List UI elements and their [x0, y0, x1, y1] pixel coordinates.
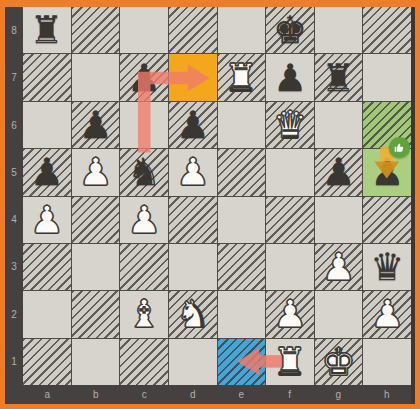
square-g3[interactable]: ♟: [315, 244, 363, 290]
white-queen: ♛: [273, 106, 307, 144]
square-g2[interactable]: [315, 291, 363, 337]
chess-board: ♜♚♟♜♟♜♟♟♛♟♟♞♟♟♟♟♟♟♛♝♞♟♟♜♚: [23, 7, 411, 385]
square-g6[interactable]: [315, 102, 363, 148]
square-b3[interactable]: [72, 244, 120, 290]
square-a6[interactable]: [23, 102, 71, 148]
white-pawn: ♟: [370, 295, 404, 333]
black-pawn: ♟: [78, 106, 112, 144]
square-d8[interactable]: [169, 7, 217, 53]
square-f4[interactable]: [266, 197, 314, 243]
square-h8[interactable]: [363, 7, 411, 53]
file-label-d: d: [169, 385, 218, 404]
square-b5[interactable]: ♟: [72, 149, 120, 195]
square-d5[interactable]: ♟: [169, 149, 217, 195]
rank-label-6: 6: [5, 102, 23, 149]
white-bishop: ♝: [127, 295, 161, 333]
square-d1[interactable]: [169, 339, 217, 385]
square-b7[interactable]: [72, 54, 120, 100]
black-rook: ♜: [30, 11, 64, 49]
square-f3[interactable]: [266, 244, 314, 290]
black-knight: ♞: [127, 153, 161, 191]
square-a7[interactable]: [23, 54, 71, 100]
square-g7[interactable]: ♜: [315, 54, 363, 100]
black-king: ♚: [273, 11, 307, 49]
file-label-f: f: [266, 385, 315, 404]
rank-label-5: 5: [5, 149, 23, 196]
square-d2[interactable]: ♞: [169, 291, 217, 337]
square-h3[interactable]: ♛: [363, 244, 411, 290]
rank-coordinates: 87654321: [5, 7, 23, 385]
square-e7[interactable]: ♜: [218, 54, 266, 100]
thumbs-up-icon: [393, 141, 406, 154]
file-label-g: g: [314, 385, 363, 404]
square-g5[interactable]: ♟: [315, 149, 363, 195]
square-g4[interactable]: [315, 197, 363, 243]
square-e4[interactable]: [218, 197, 266, 243]
square-f6[interactable]: ♛: [266, 102, 314, 148]
square-a3[interactable]: [23, 244, 71, 290]
file-label-e: e: [217, 385, 266, 404]
square-e5[interactable]: [218, 149, 266, 195]
square-b2[interactable]: [72, 291, 120, 337]
square-b8[interactable]: [72, 7, 120, 53]
board-inner: 87654321 ♜♚♟♜♟♜♟♟♛♟♟♞♟♟♟♟♟♟♛♝♞♟♟♜♚ abcde…: [5, 7, 415, 404]
rank-label-7: 7: [5, 54, 23, 101]
rank-label-2: 2: [5, 291, 23, 338]
square-c7[interactable]: ♟: [120, 54, 168, 100]
square-h4[interactable]: [363, 197, 411, 243]
square-f1[interactable]: ♜: [266, 339, 314, 385]
square-h1[interactable]: [363, 339, 411, 385]
black-pawn: ♟: [322, 153, 356, 191]
square-g1[interactable]: ♚: [315, 339, 363, 385]
square-c6[interactable]: [120, 102, 168, 148]
excellent-move-badge: [389, 137, 410, 158]
square-e1[interactable]: [218, 339, 266, 385]
black-pawn: ♟: [273, 59, 307, 97]
file-coordinates: abcdefgh: [23, 385, 411, 404]
square-c1[interactable]: [120, 339, 168, 385]
file-label-b: b: [72, 385, 121, 404]
square-f7[interactable]: ♟: [266, 54, 314, 100]
black-pawn: ♟: [127, 59, 161, 97]
square-a8[interactable]: ♜: [23, 7, 71, 53]
square-e6[interactable]: [218, 102, 266, 148]
black-pawn: ♟: [370, 153, 404, 191]
square-b6[interactable]: ♟: [72, 102, 120, 148]
square-c8[interactable]: [120, 7, 168, 53]
square-b4[interactable]: [72, 197, 120, 243]
rank-label-8: 8: [5, 7, 23, 54]
square-d7[interactable]: [169, 54, 217, 100]
square-f8[interactable]: ♚: [266, 7, 314, 53]
square-b1[interactable]: [72, 339, 120, 385]
square-a5[interactable]: ♟: [23, 149, 71, 195]
square-d6[interactable]: ♟: [169, 102, 217, 148]
square-c2[interactable]: ♝: [120, 291, 168, 337]
white-king: ♚: [322, 343, 356, 381]
file-label-c: c: [120, 385, 169, 404]
file-label-a: a: [23, 385, 72, 404]
rank-label-1: 1: [5, 338, 23, 385]
white-pawn: ♟: [273, 295, 307, 333]
board-frame: 87654321 ♜♚♟♜♟♜♟♟♛♟♟♞♟♟♟♟♟♟♛♝♞♟♟♜♚ abcde…: [0, 0, 420, 409]
square-f5[interactable]: [266, 149, 314, 195]
white-rook: ♜: [224, 59, 258, 97]
black-queen: ♛: [370, 248, 404, 286]
square-e3[interactable]: [218, 244, 266, 290]
white-pawn: ♟: [78, 153, 112, 191]
right-frame-strip: [411, 7, 415, 404]
square-d3[interactable]: [169, 244, 217, 290]
black-pawn: ♟: [30, 153, 64, 191]
white-pawn: ♟: [127, 201, 161, 239]
board-grid: ♜♚♟♜♟♜♟♟♛♟♟♞♟♟♟♟♟♟♛♝♞♟♟♜♚: [23, 7, 411, 385]
square-d4[interactable]: [169, 197, 217, 243]
black-rook: ♜: [322, 59, 356, 97]
black-pawn: ♟: [176, 106, 210, 144]
file-label-h: h: [363, 385, 412, 404]
square-a4[interactable]: ♟: [23, 197, 71, 243]
white-pawn: ♟: [322, 248, 356, 286]
rank-label-4: 4: [5, 196, 23, 243]
square-f2[interactable]: ♟: [266, 291, 314, 337]
square-c5[interactable]: ♞: [120, 149, 168, 195]
square-e8[interactable]: [218, 7, 266, 53]
white-rook: ♜: [273, 343, 307, 381]
rank-label-3: 3: [5, 243, 23, 290]
square-c3[interactable]: [120, 244, 168, 290]
square-a2[interactable]: [23, 291, 71, 337]
square-h7[interactable]: [363, 54, 411, 100]
white-pawn: ♟: [176, 153, 210, 191]
square-g8[interactable]: [315, 7, 363, 53]
square-e2[interactable]: [218, 291, 266, 337]
white-pawn: ♟: [30, 201, 64, 239]
square-c4[interactable]: ♟: [120, 197, 168, 243]
white-knight: ♞: [176, 295, 210, 333]
square-a1[interactable]: [23, 339, 71, 385]
square-h2[interactable]: ♟: [363, 291, 411, 337]
